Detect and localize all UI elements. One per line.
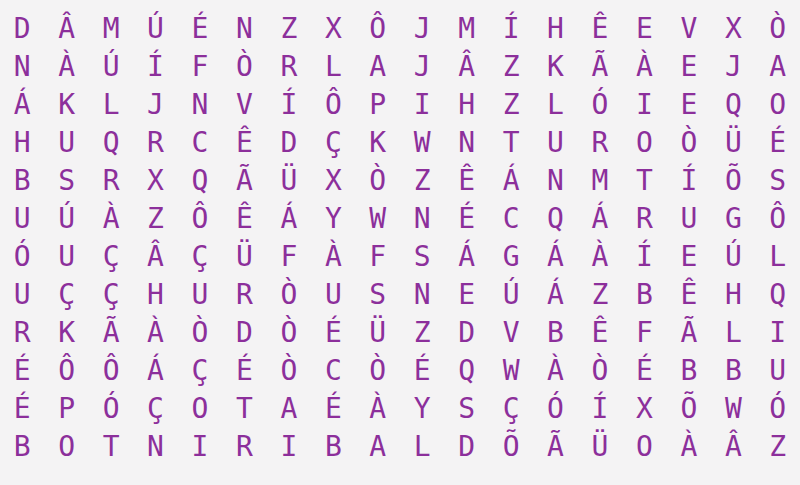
grid-cell[interactable]: Ã [578, 48, 622, 86]
grid-cell[interactable]: S [44, 162, 88, 200]
grid-cell[interactable]: Á [533, 276, 577, 314]
grid-cell[interactable]: À [533, 352, 577, 390]
grid-cell[interactable]: Í [578, 390, 622, 428]
grid-cell[interactable]: Í [133, 48, 177, 86]
grid-cell[interactable]: I [267, 428, 311, 466]
grid-cell[interactable]: Ã [667, 314, 711, 352]
grid-cell[interactable]: O [756, 86, 800, 124]
grid-cell[interactable]: À [356, 390, 400, 428]
grid-cell[interactable]: F [267, 238, 311, 276]
word-search-board: DÂMÚÉNZXÔJMÍHÊEVXÒNÀÚÍFÒRLAJÂZKÃÀEJAÁKLJ… [0, 0, 800, 485]
grid-cell[interactable]: U [44, 238, 88, 276]
grid-cell[interactable]: N [444, 124, 488, 162]
grid-cell[interactable]: Ò [267, 314, 311, 352]
grid-cell[interactable]: K [533, 48, 577, 86]
grid-cell[interactable]: Ò [267, 276, 311, 314]
grid-cell[interactable]: À [667, 428, 711, 466]
grid-cell[interactable]: Ê [222, 124, 266, 162]
grid-cell[interactable]: R [222, 276, 266, 314]
grid-cell[interactable]: À [133, 314, 177, 352]
grid-cell[interactable]: V [489, 314, 533, 352]
grid-cell[interactable]: U [311, 276, 355, 314]
grid-cell[interactable]: Ò [356, 162, 400, 200]
grid-cell[interactable]: I [622, 86, 666, 124]
grid-cell[interactable]: S [444, 390, 488, 428]
grid-cell[interactable]: Õ [711, 162, 755, 200]
grid-cell[interactable]: J [400, 48, 444, 86]
grid-cell[interactable]: R [0, 314, 44, 352]
grid-cell[interactable]: F [622, 314, 666, 352]
grid-cell[interactable]: Õ [667, 390, 711, 428]
grid-cell[interactable]: W [356, 200, 400, 238]
grid-cell[interactable]: A [756, 48, 800, 86]
grid-cell[interactable]: Ç [178, 352, 222, 390]
grid-cell[interactable]: Ó [533, 390, 577, 428]
grid-cell[interactable]: W [711, 390, 755, 428]
grid-cell[interactable]: Ò [356, 352, 400, 390]
grid-cell[interactable]: É [400, 352, 444, 390]
grid-cell[interactable]: Ó [578, 86, 622, 124]
grid-cell[interactable]: Ò [267, 352, 311, 390]
grid-cell[interactable]: A [356, 428, 400, 466]
grid-cell[interactable]: N [0, 48, 44, 86]
grid-cell[interactable]: G [711, 200, 755, 238]
grid-cell[interactable]: H [0, 124, 44, 162]
grid-cell[interactable]: Ú [89, 48, 133, 86]
grid-cell[interactable]: H [133, 276, 177, 314]
grid-cell[interactable]: Ê [667, 276, 711, 314]
grid-cell[interactable]: U [756, 352, 800, 390]
grid-cell[interactable]: É [0, 352, 44, 390]
grid-cell[interactable]: À [89, 200, 133, 238]
grid-cell[interactable]: Ã [533, 428, 577, 466]
grid-cell[interactable]: Ó [0, 238, 44, 276]
grid-cell[interactable]: Í [489, 10, 533, 48]
grid-cell[interactable]: N [400, 276, 444, 314]
grid-cell[interactable]: Â [133, 238, 177, 276]
grid-cell[interactable]: Ê [444, 162, 488, 200]
grid-cell[interactable]: S [356, 276, 400, 314]
grid-cell[interactable]: Q [756, 276, 800, 314]
grid-cell[interactable]: L [756, 238, 800, 276]
grid-cell[interactable]: S [756, 162, 800, 200]
grid-cell[interactable]: O [44, 428, 88, 466]
grid-cell[interactable]: U [0, 276, 44, 314]
grid-cell[interactable]: C [178, 124, 222, 162]
grid-cell[interactable]: X [133, 162, 177, 200]
grid-cell[interactable]: Á [533, 238, 577, 276]
grid-cell[interactable]: É [756, 124, 800, 162]
grid-cell[interactable]: F [356, 238, 400, 276]
grid-cell[interactable]: J [400, 10, 444, 48]
grid-cell[interactable]: Z [489, 86, 533, 124]
grid-cell[interactable]: T [622, 162, 666, 200]
grid-cell[interactable]: J [711, 48, 755, 86]
grid-cell[interactable]: B [311, 428, 355, 466]
grid-cell[interactable]: Ò [578, 352, 622, 390]
grid-cell[interactable]: Â [44, 10, 88, 48]
grid-cell[interactable]: U [0, 200, 44, 238]
grid-cell[interactable]: Ç [489, 390, 533, 428]
grid-cell[interactable]: M [444, 10, 488, 48]
grid-cell[interactable]: N [400, 200, 444, 238]
grid-cell[interactable]: Q [711, 86, 755, 124]
grid-cell[interactable]: D [444, 314, 488, 352]
grid-cell[interactable]: Ò [222, 48, 266, 86]
grid-cell[interactable]: N [533, 162, 577, 200]
grid-cell[interactable]: E [667, 238, 711, 276]
grid-cell[interactable]: Â [711, 428, 755, 466]
grid-cell[interactable]: O [622, 428, 666, 466]
grid-cell[interactable]: M [578, 162, 622, 200]
grid-cell[interactable]: Ô [356, 10, 400, 48]
grid-cell[interactable]: J [133, 86, 177, 124]
grid-cell[interactable]: Á [444, 238, 488, 276]
grid-cell[interactable]: L [711, 314, 755, 352]
grid-cell[interactable]: V [667, 10, 711, 48]
grid-cell[interactable]: K [44, 314, 88, 352]
grid-cell[interactable]: E [622, 10, 666, 48]
grid-cell[interactable]: Ê [222, 200, 266, 238]
grid-cell[interactable]: S [400, 238, 444, 276]
grid-cell[interactable]: Ò [667, 124, 711, 162]
grid-cell[interactable]: D [444, 428, 488, 466]
grid-cell[interactable]: Ã [222, 162, 266, 200]
grid-cell[interactable]: R [89, 162, 133, 200]
grid-cell[interactable]: B [622, 276, 666, 314]
grid-cell[interactable]: L [400, 428, 444, 466]
grid-cell[interactable]: U [178, 276, 222, 314]
grid-cell[interactable]: Á [267, 200, 311, 238]
grid-cell[interactable]: L [533, 86, 577, 124]
grid-cell[interactable]: A [356, 48, 400, 86]
grid-cell[interactable]: Í [667, 162, 711, 200]
grid-cell[interactable]: X [311, 10, 355, 48]
grid-cell[interactable]: M [89, 10, 133, 48]
grid-cell[interactable]: B [711, 352, 755, 390]
grid-cell[interactable]: Z [756, 428, 800, 466]
grid-cell[interactable]: B [533, 314, 577, 352]
grid-cell[interactable]: É [222, 352, 266, 390]
grid-cell[interactable]: E [667, 86, 711, 124]
grid-cell[interactable]: T [89, 428, 133, 466]
grid-cell[interactable]: Á [133, 352, 177, 390]
grid-cell[interactable]: É [178, 10, 222, 48]
grid-cell[interactable]: N [133, 428, 177, 466]
grid-cell[interactable]: H [533, 10, 577, 48]
grid-cell[interactable]: K [356, 124, 400, 162]
grid-cell[interactable]: R [578, 124, 622, 162]
grid-cell[interactable]: R [267, 48, 311, 86]
word-search-grid: DÂMÚÉNZXÔJMÍHÊEVXÒNÀÚÍFÒRLAJÂZKÃÀEJAÁKLJ… [0, 0, 800, 466]
grid-cell[interactable]: X [622, 390, 666, 428]
grid-cell[interactable]: Q [178, 162, 222, 200]
grid-cell[interactable]: Ü [356, 314, 400, 352]
grid-cell[interactable]: P [44, 390, 88, 428]
grid-cell[interactable]: Ó [756, 390, 800, 428]
grid-cell[interactable]: L [89, 86, 133, 124]
grid-cell[interactable]: V [222, 86, 266, 124]
grid-cell[interactable]: Ç [89, 238, 133, 276]
grid-cell[interactable]: Ô [311, 86, 355, 124]
grid-cell[interactable]: Q [89, 124, 133, 162]
grid-cell[interactable]: Z [489, 48, 533, 86]
grid-cell[interactable]: É [0, 390, 44, 428]
grid-cell[interactable]: Ü [711, 124, 755, 162]
grid-cell[interactable]: Ô [44, 352, 88, 390]
grid-cell[interactable]: U [667, 200, 711, 238]
grid-cell[interactable]: B [667, 352, 711, 390]
grid-cell[interactable]: Z [400, 314, 444, 352]
grid-cell[interactable]: Ô [89, 352, 133, 390]
grid-cell[interactable]: K [44, 86, 88, 124]
grid-cell[interactable]: X [711, 10, 755, 48]
grid-cell[interactable]: À [578, 238, 622, 276]
grid-cell[interactable]: E [444, 276, 488, 314]
grid-cell[interactable]: Ò [178, 314, 222, 352]
grid-cell[interactable]: Z [133, 200, 177, 238]
grid-cell[interactable]: I [756, 314, 800, 352]
grid-cell[interactable]: Â [444, 48, 488, 86]
grid-cell[interactable]: Ç [89, 276, 133, 314]
grid-cell[interactable]: Ê [578, 314, 622, 352]
grid-cell[interactable]: Õ [489, 428, 533, 466]
grid-cell[interactable]: W [489, 352, 533, 390]
grid-cell[interactable]: Ü [267, 162, 311, 200]
grid-cell[interactable]: Í [622, 238, 666, 276]
grid-cell[interactable]: Q [444, 352, 488, 390]
grid-cell[interactable]: D [222, 314, 266, 352]
grid-cell[interactable]: D [0, 10, 44, 48]
grid-cell[interactable]: Z [267, 10, 311, 48]
grid-cell[interactable]: B [0, 162, 44, 200]
grid-cell[interactable]: D [267, 124, 311, 162]
grid-cell[interactable]: N [222, 10, 266, 48]
grid-cell[interactable]: Ê [578, 10, 622, 48]
grid-cell[interactable]: Ô [756, 200, 800, 238]
grid-cell[interactable]: Ò [756, 10, 800, 48]
grid-cell[interactable]: X [311, 162, 355, 200]
grid-cell[interactable]: Ç [311, 124, 355, 162]
grid-cell[interactable]: T [489, 124, 533, 162]
grid-cell[interactable]: Ç [178, 238, 222, 276]
grid-cell[interactable]: À [44, 48, 88, 86]
grid-cell[interactable]: N [178, 86, 222, 124]
grid-cell[interactable]: E [667, 48, 711, 86]
grid-cell[interactable]: Y [311, 200, 355, 238]
grid-cell[interactable]: R [133, 124, 177, 162]
grid-cell[interactable]: É [311, 390, 355, 428]
grid-cell[interactable]: I [178, 428, 222, 466]
grid-cell[interactable]: É [444, 200, 488, 238]
grid-cell[interactable]: A [267, 390, 311, 428]
grid-cell[interactable]: B [0, 428, 44, 466]
grid-cell[interactable]: Ú [133, 10, 177, 48]
grid-cell[interactable]: Á [489, 162, 533, 200]
grid-cell[interactable]: W [400, 124, 444, 162]
grid-cell[interactable]: Ú [44, 200, 88, 238]
grid-cell[interactable]: Ü [222, 238, 266, 276]
grid-cell[interactable]: C [311, 352, 355, 390]
grid-cell[interactable]: É [622, 352, 666, 390]
grid-cell[interactable]: R [222, 428, 266, 466]
grid-cell[interactable]: C [489, 200, 533, 238]
grid-cell[interactable]: Ú [711, 238, 755, 276]
grid-cell[interactable]: Á [0, 86, 44, 124]
grid-cell[interactable]: Í [267, 86, 311, 124]
grid-cell[interactable]: G [489, 238, 533, 276]
grid-cell[interactable]: U [44, 124, 88, 162]
grid-cell[interactable]: Á [578, 200, 622, 238]
grid-cell[interactable]: T [222, 390, 266, 428]
grid-cell[interactable]: Ú [489, 276, 533, 314]
grid-cell[interactable]: O [178, 390, 222, 428]
grid-cell[interactable]: Ç [133, 390, 177, 428]
grid-cell[interactable]: À [311, 238, 355, 276]
grid-cell[interactable]: H [444, 86, 488, 124]
grid-cell[interactable]: Ã [89, 314, 133, 352]
grid-cell[interactable]: Ç [44, 276, 88, 314]
grid-cell[interactable]: Ô [178, 200, 222, 238]
grid-cell[interactable]: Q [533, 200, 577, 238]
grid-cell[interactable]: I [400, 86, 444, 124]
grid-cell[interactable]: Ü [578, 428, 622, 466]
grid-cell[interactable]: P [356, 86, 400, 124]
grid-cell[interactable]: H [711, 276, 755, 314]
grid-cell[interactable]: Z [400, 162, 444, 200]
grid-cell[interactable]: É [311, 314, 355, 352]
grid-cell[interactable]: Y [400, 390, 444, 428]
grid-cell[interactable]: À [622, 48, 666, 86]
grid-cell[interactable]: U [533, 124, 577, 162]
grid-cell[interactable]: Ó [89, 390, 133, 428]
grid-cell[interactable]: F [178, 48, 222, 86]
grid-cell[interactable]: O [622, 124, 666, 162]
grid-cell[interactable]: L [311, 48, 355, 86]
grid-cell[interactable]: R [622, 200, 666, 238]
grid-cell[interactable]: Z [578, 276, 622, 314]
